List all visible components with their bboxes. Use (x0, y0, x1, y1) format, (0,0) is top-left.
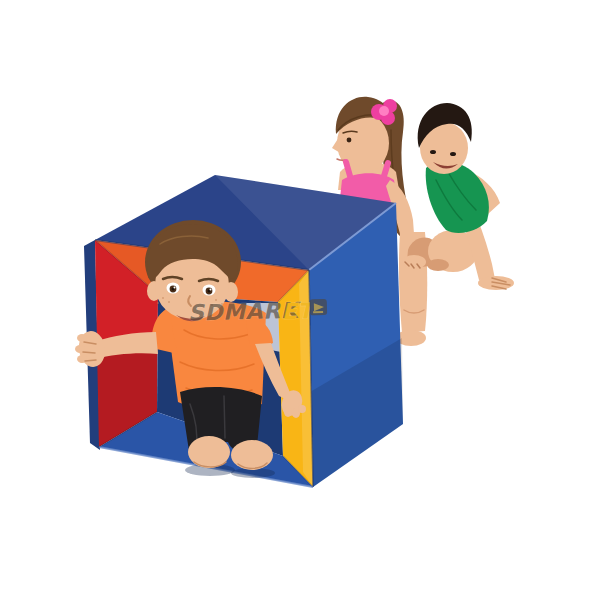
scene-illustration: SDMARK ET (0, 0, 600, 600)
watermark: SDMARK ET (188, 297, 328, 327)
green-boy-eye-right (450, 152, 456, 156)
watermark-arrow-icon (310, 299, 327, 315)
green-boy-front-foot (427, 259, 449, 271)
orange-boy-right-knee (231, 440, 273, 470)
green-boy-eye-left (430, 150, 436, 154)
product-photo: SDMARK ET (0, 0, 600, 600)
girl-eye (347, 138, 352, 143)
